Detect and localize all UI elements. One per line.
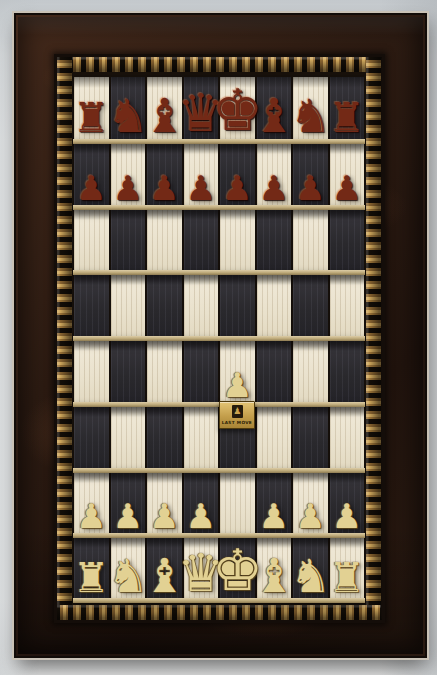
piece-white-pawn-c2[interactable]: ♟: [149, 499, 179, 533]
square-b3[interactable]: [111, 406, 146, 470]
square-e2[interactable]: [220, 472, 255, 536]
square-g4[interactable]: [293, 340, 328, 404]
piece-black-knight-g8[interactable]: ♞: [290, 93, 331, 139]
last-move-tag[interactable]: ♟ LAST MOVE: [219, 401, 255, 429]
square-h6[interactable]: [330, 209, 365, 273]
piece-black-pawn-h7[interactable]: ♟: [332, 171, 362, 205]
piece-white-rook-h1[interactable]: ♜: [328, 558, 365, 599]
square-d4[interactable]: [184, 340, 219, 404]
square-d6[interactable]: [184, 209, 219, 273]
dentil-right: [366, 57, 381, 620]
square-a3[interactable]: [74, 406, 109, 470]
square-h3[interactable]: [330, 406, 365, 470]
piece-black-pawn-f7[interactable]: ♟: [259, 171, 289, 205]
wall-chess-board-photo: ♟ LAST MOVE ♜♞♝♛♚♝♞♜♟♟♟♟♟♟♟♟♟♟♟♟♟♟♟♟♜♞♝♛…: [0, 0, 437, 675]
square-f4[interactable]: [257, 340, 292, 404]
pawn-icon: ♟: [232, 405, 243, 418]
square-g5[interactable]: [293, 274, 328, 338]
last-move-tag-label: LAST MOVE: [222, 419, 252, 424]
piece-black-pawn-c7[interactable]: ♟: [149, 171, 179, 205]
square-e5[interactable]: [220, 274, 255, 338]
piece-black-pawn-d7[interactable]: ♟: [186, 171, 216, 205]
square-g6[interactable]: [293, 209, 328, 273]
square-f5[interactable]: [257, 274, 292, 338]
piece-white-pawn-f2[interactable]: ♟: [259, 499, 289, 533]
piece-black-bishop-f8[interactable]: ♝: [253, 92, 295, 139]
square-g3[interactable]: [293, 406, 328, 470]
square-b5[interactable]: [111, 274, 146, 338]
square-h4[interactable]: [330, 340, 365, 404]
piece-black-pawn-e7[interactable]: ♟: [222, 171, 252, 205]
piece-black-rook-a8[interactable]: ♜: [73, 98, 110, 139]
square-c5[interactable]: [147, 274, 182, 338]
square-d5[interactable]: [184, 274, 219, 338]
square-b6[interactable]: [111, 209, 146, 273]
piece-white-pawn-e4[interactable]: ♟: [222, 368, 252, 402]
square-h5[interactable]: [330, 274, 365, 338]
square-f3[interactable]: [257, 406, 292, 470]
dentil-left: [57, 57, 72, 620]
square-a5[interactable]: [74, 274, 109, 338]
square-c4[interactable]: [147, 340, 182, 404]
dentil-top: [57, 57, 381, 72]
piece-black-pawn-b7[interactable]: ♟: [113, 171, 143, 205]
piece-black-rook-h8[interactable]: ♜: [328, 98, 365, 139]
piece-black-pawn-a7[interactable]: ♟: [76, 171, 106, 205]
square-a4[interactable]: [74, 340, 109, 404]
piece-black-pawn-g7[interactable]: ♟: [295, 171, 325, 205]
piece-white-pawn-h2[interactable]: ♟: [332, 499, 362, 533]
piece-white-bishop-f1[interactable]: ♝: [253, 552, 295, 599]
square-d3[interactable]: [184, 406, 219, 470]
piece-white-knight-g1[interactable]: ♞: [290, 553, 331, 599]
square-f6[interactable]: [257, 209, 292, 273]
piece-white-rook-a1[interactable]: ♜: [73, 558, 110, 599]
square-a6[interactable]: [74, 209, 109, 273]
dentil-bottom: [57, 605, 381, 620]
piece-white-pawn-a2[interactable]: ♟: [76, 499, 106, 533]
piece-white-pawn-d2[interactable]: ♟: [186, 499, 216, 533]
piece-white-pawn-b2[interactable]: ♟: [113, 499, 143, 533]
square-e6[interactable]: [220, 209, 255, 273]
piece-white-pawn-g2[interactable]: ♟: [295, 499, 325, 533]
square-b4[interactable]: [111, 340, 146, 404]
square-c3[interactable]: [147, 406, 182, 470]
square-c6[interactable]: [147, 209, 182, 273]
